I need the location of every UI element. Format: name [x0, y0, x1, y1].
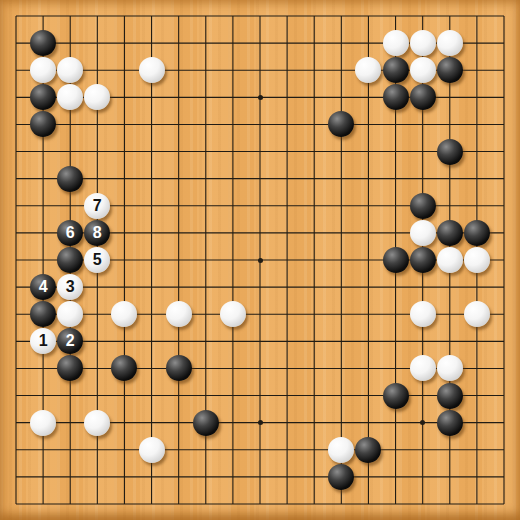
intersection-5-15[interactable]: [111, 382, 138, 409]
intersection-2-13[interactable]: 1: [30, 328, 57, 355]
intersection-5-10[interactable]: [111, 246, 138, 273]
intersection-5-11[interactable]: [111, 274, 138, 301]
intersection-17-15[interactable]: [436, 382, 463, 409]
intersection-7-5[interactable]: [165, 111, 192, 138]
intersection-19-19[interactable]: [490, 490, 517, 517]
intersection-14-12[interactable]: [355, 301, 382, 328]
intersection-9-17[interactable]: [219, 436, 246, 463]
intersection-3-14[interactable]: [57, 355, 84, 382]
intersection-11-3[interactable]: [274, 57, 301, 84]
intersection-15-12[interactable]: [382, 301, 409, 328]
intersection-15-6[interactable]: [382, 138, 409, 165]
intersection-19-17[interactable]: [490, 436, 517, 463]
intersection-6-6[interactable]: [138, 138, 165, 165]
intersection-5-9[interactable]: [111, 219, 138, 246]
intersection-16-6[interactable]: [409, 138, 436, 165]
intersection-8-1[interactable]: [192, 2, 219, 29]
intersection-1-17[interactable]: [2, 436, 29, 463]
intersection-8-8[interactable]: [192, 192, 219, 219]
intersection-4-5[interactable]: [84, 111, 111, 138]
intersection-8-6[interactable]: [192, 138, 219, 165]
intersection-8-15[interactable]: [192, 382, 219, 409]
intersection-17-19[interactable]: [436, 490, 463, 517]
intersection-15-16[interactable]: [382, 409, 409, 436]
intersection-18-5[interactable]: [463, 111, 490, 138]
intersection-18-7[interactable]: [463, 165, 490, 192]
intersection-16-14[interactable]: [409, 355, 436, 382]
intersection-12-15[interactable]: [301, 382, 328, 409]
intersection-19-12[interactable]: [490, 301, 517, 328]
intersection-2-5[interactable]: [30, 111, 57, 138]
intersection-6-8[interactable]: [138, 192, 165, 219]
intersection-8-14[interactable]: [192, 355, 219, 382]
intersection-15-1[interactable]: [382, 2, 409, 29]
intersection-12-13[interactable]: [301, 328, 328, 355]
intersection-6-7[interactable]: [138, 165, 165, 192]
intersection-17-13[interactable]: [436, 328, 463, 355]
intersection-5-13[interactable]: [111, 328, 138, 355]
intersection-16-15[interactable]: [409, 382, 436, 409]
intersection-3-18[interactable]: [57, 463, 84, 490]
intersection-11-9[interactable]: [274, 219, 301, 246]
intersection-18-1[interactable]: [463, 2, 490, 29]
intersection-7-4[interactable]: [165, 84, 192, 111]
intersection-6-3[interactable]: [138, 57, 165, 84]
intersection-2-19[interactable]: [30, 490, 57, 517]
intersection-9-15[interactable]: [219, 382, 246, 409]
intersection-17-8[interactable]: [436, 192, 463, 219]
intersection-6-9[interactable]: [138, 219, 165, 246]
intersection-19-2[interactable]: [490, 30, 517, 57]
intersection-9-16[interactable]: [219, 409, 246, 436]
intersection-15-17[interactable]: [382, 436, 409, 463]
intersection-6-18[interactable]: [138, 463, 165, 490]
intersection-8-10[interactable]: [192, 246, 219, 273]
intersection-13-5[interactable]: [328, 111, 355, 138]
intersection-14-16[interactable]: [355, 409, 382, 436]
intersection-2-15[interactable]: [30, 382, 57, 409]
intersection-1-19[interactable]: [2, 490, 29, 517]
intersection-13-11[interactable]: [328, 274, 355, 301]
intersection-7-9[interactable]: [165, 219, 192, 246]
intersection-17-1[interactable]: [436, 2, 463, 29]
intersection-4-17[interactable]: [84, 436, 111, 463]
intersection-2-10[interactable]: [30, 246, 57, 273]
intersection-8-3[interactable]: [192, 57, 219, 84]
intersection-14-2[interactable]: [355, 30, 382, 57]
intersection-17-6[interactable]: [436, 138, 463, 165]
intersection-6-17[interactable]: [138, 436, 165, 463]
intersection-11-5[interactable]: [274, 111, 301, 138]
intersection-14-6[interactable]: [355, 138, 382, 165]
intersection-10-8[interactable]: [246, 192, 273, 219]
intersection-10-4[interactable]: [246, 84, 273, 111]
intersection-2-2[interactable]: [30, 30, 57, 57]
intersection-14-3[interactable]: [355, 57, 382, 84]
intersection-11-6[interactable]: [274, 138, 301, 165]
intersection-1-16[interactable]: [2, 409, 29, 436]
intersection-18-9[interactable]: [463, 219, 490, 246]
intersection-18-4[interactable]: [463, 84, 490, 111]
intersection-16-16[interactable]: [409, 409, 436, 436]
intersection-16-18[interactable]: [409, 463, 436, 490]
intersection-1-13[interactable]: [2, 328, 29, 355]
intersection-18-11[interactable]: [463, 274, 490, 301]
intersection-10-12[interactable]: [246, 301, 273, 328]
intersection-11-16[interactable]: [274, 409, 301, 436]
intersection-1-10[interactable]: [2, 246, 29, 273]
intersection-13-12[interactable]: [328, 301, 355, 328]
intersection-7-15[interactable]: [165, 382, 192, 409]
intersection-13-1[interactable]: [328, 2, 355, 29]
intersection-10-15[interactable]: [246, 382, 273, 409]
intersection-15-14[interactable]: [382, 355, 409, 382]
intersection-17-11[interactable]: [436, 274, 463, 301]
intersection-4-6[interactable]: [84, 138, 111, 165]
intersection-2-1[interactable]: [30, 2, 57, 29]
intersection-11-12[interactable]: [274, 301, 301, 328]
intersection-13-6[interactable]: [328, 138, 355, 165]
intersection-6-16[interactable]: [138, 409, 165, 436]
intersection-12-2[interactable]: [301, 30, 328, 57]
intersection-11-7[interactable]: [274, 165, 301, 192]
intersection-12-1[interactable]: [301, 2, 328, 29]
intersection-18-17[interactable]: [463, 436, 490, 463]
intersection-18-2[interactable]: [463, 30, 490, 57]
intersection-10-17[interactable]: [246, 436, 273, 463]
intersection-3-1[interactable]: [57, 2, 84, 29]
intersection-12-12[interactable]: [301, 301, 328, 328]
intersection-5-12[interactable]: [111, 301, 138, 328]
intersection-5-16[interactable]: [111, 409, 138, 436]
intersection-9-18[interactable]: [219, 463, 246, 490]
intersection-6-13[interactable]: [138, 328, 165, 355]
intersection-17-2[interactable]: [436, 30, 463, 57]
intersection-6-4[interactable]: [138, 84, 165, 111]
intersection-18-19[interactable]: [463, 490, 490, 517]
intersection-12-7[interactable]: [301, 165, 328, 192]
intersection-17-14[interactable]: [436, 355, 463, 382]
intersection-12-5[interactable]: [301, 111, 328, 138]
intersection-6-5[interactable]: [138, 111, 165, 138]
intersection-13-3[interactable]: [328, 57, 355, 84]
intersection-17-12[interactable]: [436, 301, 463, 328]
intersection-7-16[interactable]: [165, 409, 192, 436]
intersection-10-6[interactable]: [246, 138, 273, 165]
intersection-13-14[interactable]: [328, 355, 355, 382]
intersection-7-1[interactable]: [165, 2, 192, 29]
intersection-11-10[interactable]: [274, 246, 301, 273]
intersection-13-18[interactable]: [328, 463, 355, 490]
intersection-2-7[interactable]: [30, 165, 57, 192]
intersection-3-15[interactable]: [57, 382, 84, 409]
intersection-3-11[interactable]: 3: [57, 274, 84, 301]
intersection-8-12[interactable]: [192, 301, 219, 328]
intersection-6-11[interactable]: [138, 274, 165, 301]
intersection-9-19[interactable]: [219, 490, 246, 517]
intersection-12-11[interactable]: [301, 274, 328, 301]
intersection-19-13[interactable]: [490, 328, 517, 355]
intersection-3-19[interactable]: [57, 490, 84, 517]
intersection-13-4[interactable]: [328, 84, 355, 111]
intersection-6-19[interactable]: [138, 490, 165, 517]
intersection-16-11[interactable]: [409, 274, 436, 301]
intersection-3-13[interactable]: 2: [57, 328, 84, 355]
intersection-19-15[interactable]: [490, 382, 517, 409]
intersection-10-16[interactable]: [246, 409, 273, 436]
intersection-15-19[interactable]: [382, 490, 409, 517]
intersection-2-3[interactable]: [30, 57, 57, 84]
intersection-4-14[interactable]: [84, 355, 111, 382]
intersection-7-10[interactable]: [165, 246, 192, 273]
intersection-4-1[interactable]: [84, 2, 111, 29]
intersection-15-9[interactable]: [382, 219, 409, 246]
intersection-7-2[interactable]: [165, 30, 192, 57]
intersection-9-10[interactable]: [219, 246, 246, 273]
intersection-3-7[interactable]: [57, 165, 84, 192]
intersection-14-15[interactable]: [355, 382, 382, 409]
intersection-1-11[interactable]: [2, 274, 29, 301]
intersection-2-11[interactable]: 4: [30, 274, 57, 301]
intersection-15-8[interactable]: [382, 192, 409, 219]
intersection-11-8[interactable]: [274, 192, 301, 219]
intersection-5-3[interactable]: [111, 57, 138, 84]
intersection-15-2[interactable]: [382, 30, 409, 57]
intersection-16-3[interactable]: [409, 57, 436, 84]
intersection-13-13[interactable]: [328, 328, 355, 355]
intersection-14-8[interactable]: [355, 192, 382, 219]
intersection-16-5[interactable]: [409, 111, 436, 138]
intersection-1-7[interactable]: [2, 165, 29, 192]
intersection-2-12[interactable]: [30, 301, 57, 328]
intersection-14-13[interactable]: [355, 328, 382, 355]
intersection-13-16[interactable]: [328, 409, 355, 436]
intersection-19-16[interactable]: [490, 409, 517, 436]
intersection-5-1[interactable]: [111, 2, 138, 29]
intersection-10-18[interactable]: [246, 463, 273, 490]
intersection-18-3[interactable]: [463, 57, 490, 84]
intersection-16-19[interactable]: [409, 490, 436, 517]
intersection-19-10[interactable]: [490, 246, 517, 273]
intersection-10-7[interactable]: [246, 165, 273, 192]
intersection-4-15[interactable]: [84, 382, 111, 409]
intersection-9-8[interactable]: [219, 192, 246, 219]
intersection-19-14[interactable]: [490, 355, 517, 382]
intersection-16-8[interactable]: [409, 192, 436, 219]
intersection-13-7[interactable]: [328, 165, 355, 192]
intersection-11-15[interactable]: [274, 382, 301, 409]
intersection-16-4[interactable]: [409, 84, 436, 111]
intersection-17-9[interactable]: [436, 219, 463, 246]
intersection-19-18[interactable]: [490, 463, 517, 490]
intersection-10-19[interactable]: [246, 490, 273, 517]
intersection-9-2[interactable]: [219, 30, 246, 57]
intersection-8-2[interactable]: [192, 30, 219, 57]
intersection-16-2[interactable]: [409, 30, 436, 57]
intersection-1-15[interactable]: [2, 382, 29, 409]
intersection-15-15[interactable]: [382, 382, 409, 409]
intersection-17-5[interactable]: [436, 111, 463, 138]
intersection-3-6[interactable]: [57, 138, 84, 165]
intersection-15-3[interactable]: [382, 57, 409, 84]
intersection-18-18[interactable]: [463, 463, 490, 490]
intersection-19-3[interactable]: [490, 57, 517, 84]
intersection-12-3[interactable]: [301, 57, 328, 84]
intersection-19-7[interactable]: [490, 165, 517, 192]
intersection-8-7[interactable]: [192, 165, 219, 192]
intersection-5-7[interactable]: [111, 165, 138, 192]
intersection-10-1[interactable]: [246, 2, 273, 29]
intersection-14-9[interactable]: [355, 219, 382, 246]
intersection-18-6[interactable]: [463, 138, 490, 165]
intersection-1-6[interactable]: [2, 138, 29, 165]
intersection-12-16[interactable]: [301, 409, 328, 436]
intersection-5-17[interactable]: [111, 436, 138, 463]
intersection-8-18[interactable]: [192, 463, 219, 490]
intersection-4-19[interactable]: [84, 490, 111, 517]
intersection-14-1[interactable]: [355, 2, 382, 29]
intersection-6-12[interactable]: [138, 301, 165, 328]
intersection-14-17[interactable]: [355, 436, 382, 463]
intersection-12-9[interactable]: [301, 219, 328, 246]
intersection-13-10[interactable]: [328, 246, 355, 273]
intersection-18-14[interactable]: [463, 355, 490, 382]
intersection-9-4[interactable]: [219, 84, 246, 111]
intersection-18-12[interactable]: [463, 301, 490, 328]
intersection-9-14[interactable]: [219, 355, 246, 382]
intersection-1-3[interactable]: [2, 57, 29, 84]
intersection-10-5[interactable]: [246, 111, 273, 138]
intersection-1-2[interactable]: [2, 30, 29, 57]
intersection-9-6[interactable]: [219, 138, 246, 165]
intersection-19-1[interactable]: [490, 2, 517, 29]
intersection-10-2[interactable]: [246, 30, 273, 57]
intersection-17-3[interactable]: [436, 57, 463, 84]
intersection-15-18[interactable]: [382, 463, 409, 490]
intersection-6-15[interactable]: [138, 382, 165, 409]
intersection-9-5[interactable]: [219, 111, 246, 138]
intersection-12-19[interactable]: [301, 490, 328, 517]
intersection-15-10[interactable]: [382, 246, 409, 273]
intersection-2-8[interactable]: [30, 192, 57, 219]
intersection-2-18[interactable]: [30, 463, 57, 490]
intersection-3-4[interactable]: [57, 84, 84, 111]
intersection-18-8[interactable]: [463, 192, 490, 219]
intersection-4-12[interactable]: [84, 301, 111, 328]
intersection-12-6[interactable]: [301, 138, 328, 165]
intersection-11-1[interactable]: [274, 2, 301, 29]
intersection-19-5[interactable]: [490, 111, 517, 138]
intersection-7-12[interactable]: [165, 301, 192, 328]
intersection-7-17[interactable]: [165, 436, 192, 463]
intersection-13-2[interactable]: [328, 30, 355, 57]
intersection-7-7[interactable]: [165, 165, 192, 192]
intersection-11-11[interactable]: [274, 274, 301, 301]
intersection-10-9[interactable]: [246, 219, 273, 246]
intersection-7-19[interactable]: [165, 490, 192, 517]
intersection-2-9[interactable]: [30, 219, 57, 246]
intersection-1-5[interactable]: [2, 111, 29, 138]
intersection-10-14[interactable]: [246, 355, 273, 382]
intersection-6-2[interactable]: [138, 30, 165, 57]
intersection-14-11[interactable]: [355, 274, 382, 301]
intersection-13-15[interactable]: [328, 382, 355, 409]
intersection-15-4[interactable]: [382, 84, 409, 111]
intersection-2-17[interactable]: [30, 436, 57, 463]
intersection-4-8[interactable]: 7: [84, 192, 111, 219]
intersection-19-11[interactable]: [490, 274, 517, 301]
intersection-17-7[interactable]: [436, 165, 463, 192]
intersection-1-14[interactable]: [2, 355, 29, 382]
intersection-19-9[interactable]: [490, 219, 517, 246]
intersection-4-18[interactable]: [84, 463, 111, 490]
intersection-5-14[interactable]: [111, 355, 138, 382]
intersection-18-15[interactable]: [463, 382, 490, 409]
intersection-6-10[interactable]: [138, 246, 165, 273]
intersection-5-19[interactable]: [111, 490, 138, 517]
intersection-17-10[interactable]: [436, 246, 463, 273]
intersection-3-17[interactable]: [57, 436, 84, 463]
intersection-19-8[interactable]: [490, 192, 517, 219]
intersection-2-14[interactable]: [30, 355, 57, 382]
intersection-1-4[interactable]: [2, 84, 29, 111]
intersection-15-11[interactable]: [382, 274, 409, 301]
intersection-8-19[interactable]: [192, 490, 219, 517]
intersection-14-7[interactable]: [355, 165, 382, 192]
intersection-4-10[interactable]: 5: [84, 246, 111, 273]
intersection-13-17[interactable]: [328, 436, 355, 463]
intersection-1-9[interactable]: [2, 219, 29, 246]
intersection-13-9[interactable]: [328, 219, 355, 246]
intersection-14-18[interactable]: [355, 463, 382, 490]
intersection-9-12[interactable]: [219, 301, 246, 328]
intersection-9-3[interactable]: [219, 57, 246, 84]
intersection-10-13[interactable]: [246, 328, 273, 355]
intersection-12-8[interactable]: [301, 192, 328, 219]
intersection-4-16[interactable]: [84, 409, 111, 436]
intersection-8-11[interactable]: [192, 274, 219, 301]
intersection-2-6[interactable]: [30, 138, 57, 165]
intersection-12-18[interactable]: [301, 463, 328, 490]
intersection-8-5[interactable]: [192, 111, 219, 138]
intersection-2-4[interactable]: [30, 84, 57, 111]
intersection-5-18[interactable]: [111, 463, 138, 490]
intersection-9-1[interactable]: [219, 2, 246, 29]
intersection-9-11[interactable]: [219, 274, 246, 301]
intersection-5-4[interactable]: [111, 84, 138, 111]
intersection-18-10[interactable]: [463, 246, 490, 273]
intersection-11-14[interactable]: [274, 355, 301, 382]
intersection-4-13[interactable]: [84, 328, 111, 355]
intersection-4-4[interactable]: [84, 84, 111, 111]
intersection-10-11[interactable]: [246, 274, 273, 301]
intersection-4-2[interactable]: [84, 30, 111, 57]
intersection-7-11[interactable]: [165, 274, 192, 301]
intersection-17-4[interactable]: [436, 84, 463, 111]
intersection-3-3[interactable]: [57, 57, 84, 84]
intersection-5-6[interactable]: [111, 138, 138, 165]
intersection-14-10[interactable]: [355, 246, 382, 273]
intersection-7-3[interactable]: [165, 57, 192, 84]
intersection-8-17[interactable]: [192, 436, 219, 463]
intersection-9-9[interactable]: [219, 219, 246, 246]
intersection-13-8[interactable]: [328, 192, 355, 219]
intersection-3-12[interactable]: [57, 301, 84, 328]
intersection-4-9[interactable]: 8: [84, 219, 111, 246]
intersection-3-10[interactable]: [57, 246, 84, 273]
intersection-7-14[interactable]: [165, 355, 192, 382]
intersection-16-7[interactable]: [409, 165, 436, 192]
